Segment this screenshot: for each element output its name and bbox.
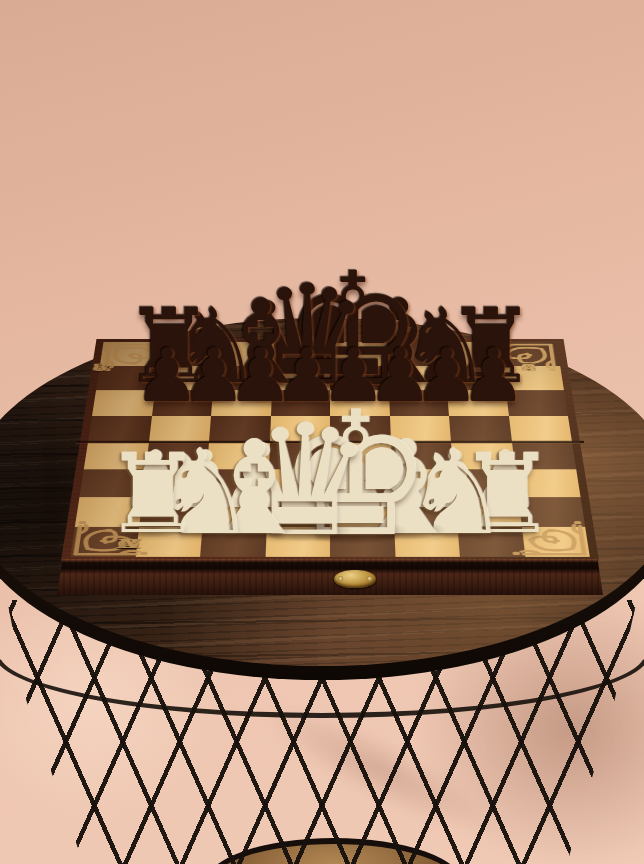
board-lighting (61, 339, 599, 561)
product-photo-chess-set: 12345678 12345678 HGFEDCBA ♜♞♝♚♛♝♞♜♟♟♟♟♟… (0, 0, 644, 864)
chessboard: 12345678 12345678 HGFEDCBA (61, 339, 599, 561)
brass-latch (334, 570, 376, 588)
box-front-face (57, 559, 603, 595)
